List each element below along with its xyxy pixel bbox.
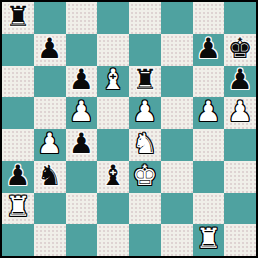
- square-d2[interactable]: [97, 193, 129, 225]
- square-g1[interactable]: ♜: [193, 224, 225, 256]
- white-pawn-b4: ♟: [37, 130, 62, 158]
- white-rook-g1: ♜: [196, 225, 221, 253]
- black-pawn-c6: ♟: [69, 66, 94, 94]
- square-g2[interactable]: [193, 193, 225, 225]
- square-c8[interactable]: [66, 2, 98, 34]
- black-pawn-g7: ♟: [196, 35, 221, 63]
- square-e5[interactable]: ♟: [129, 97, 161, 129]
- square-e8[interactable]: [129, 2, 161, 34]
- white-bishop-d6: ♝: [101, 66, 126, 94]
- square-f7[interactable]: [161, 34, 193, 66]
- square-g6[interactable]: [193, 66, 225, 98]
- square-h7[interactable]: ♚: [224, 34, 256, 66]
- square-h5[interactable]: ♟: [224, 97, 256, 129]
- black-rook-e6: ♜: [132, 66, 157, 94]
- square-f6[interactable]: [161, 66, 193, 98]
- square-b4[interactable]: ♟: [34, 129, 66, 161]
- square-b3[interactable]: ♞: [34, 161, 66, 193]
- square-h1[interactable]: [224, 224, 256, 256]
- square-c2[interactable]: [66, 193, 98, 225]
- square-d3[interactable]: ♝: [97, 161, 129, 193]
- square-b5[interactable]: [34, 97, 66, 129]
- square-c6[interactable]: ♟: [66, 66, 98, 98]
- square-g5[interactable]: ♟: [193, 97, 225, 129]
- square-f2[interactable]: [161, 193, 193, 225]
- square-a3[interactable]: ♟: [2, 161, 34, 193]
- square-d8[interactable]: [97, 2, 129, 34]
- square-a1[interactable]: [2, 224, 34, 256]
- square-a8[interactable]: ♜: [2, 2, 34, 34]
- square-d4[interactable]: [97, 129, 129, 161]
- white-pawn-e5: ♟: [132, 98, 157, 126]
- square-h4[interactable]: [224, 129, 256, 161]
- square-h8[interactable]: [224, 2, 256, 34]
- square-d5[interactable]: [97, 97, 129, 129]
- square-g7[interactable]: ♟: [193, 34, 225, 66]
- square-a5[interactable]: [2, 97, 34, 129]
- square-e6[interactable]: ♜: [129, 66, 161, 98]
- white-pawn-h5: ♟: [228, 98, 253, 126]
- black-pawn-h6: ♟: [228, 66, 253, 94]
- square-g8[interactable]: [193, 2, 225, 34]
- square-f4[interactable]: [161, 129, 193, 161]
- square-h2[interactable]: [224, 193, 256, 225]
- white-rook-a2: ♜: [5, 193, 30, 221]
- square-f5[interactable]: [161, 97, 193, 129]
- black-rook-a8: ♜: [5, 3, 30, 31]
- square-d6[interactable]: ♝: [97, 66, 129, 98]
- chess-board-frame: ♜♟♟♚♟♝♜♟♟♟♟♟♟♟♞♟♞♝♚♜♜: [0, 0, 258, 258]
- square-h6[interactable]: ♟: [224, 66, 256, 98]
- square-h3[interactable]: [224, 161, 256, 193]
- square-c1[interactable]: [66, 224, 98, 256]
- square-b1[interactable]: [34, 224, 66, 256]
- square-f1[interactable]: [161, 224, 193, 256]
- square-a6[interactable]: [2, 66, 34, 98]
- square-a2[interactable]: ♜: [2, 193, 34, 225]
- chess-board: ♜♟♟♚♟♝♜♟♟♟♟♟♟♟♞♟♞♝♚♜♜: [2, 2, 256, 256]
- square-b2[interactable]: [34, 193, 66, 225]
- square-e1[interactable]: [129, 224, 161, 256]
- square-g4[interactable]: [193, 129, 225, 161]
- square-e2[interactable]: [129, 193, 161, 225]
- square-c5[interactable]: ♟: [66, 97, 98, 129]
- black-bishop-d3: ♝: [101, 162, 126, 190]
- square-b6[interactable]: [34, 66, 66, 98]
- square-e3[interactable]: ♚: [129, 161, 161, 193]
- square-c7[interactable]: [66, 34, 98, 66]
- square-g3[interactable]: [193, 161, 225, 193]
- black-pawn-b7: ♟: [37, 35, 62, 63]
- square-d1[interactable]: [97, 224, 129, 256]
- black-pawn-a3: ♟: [5, 162, 30, 190]
- black-pawn-c4: ♟: [69, 130, 94, 158]
- square-d7[interactable]: [97, 34, 129, 66]
- white-knight-e4: ♞: [132, 130, 157, 158]
- square-b7[interactable]: ♟: [34, 34, 66, 66]
- square-b8[interactable]: [34, 2, 66, 34]
- square-c3[interactable]: [66, 161, 98, 193]
- square-a4[interactable]: [2, 129, 34, 161]
- square-f8[interactable]: [161, 2, 193, 34]
- black-knight-b3: ♞: [37, 162, 62, 190]
- black-king-h7: ♚: [228, 35, 253, 63]
- square-f3[interactable]: [161, 161, 193, 193]
- square-e7[interactable]: [129, 34, 161, 66]
- square-c4[interactable]: ♟: [66, 129, 98, 161]
- white-king-e3: ♚: [132, 162, 157, 190]
- white-pawn-c5: ♟: [69, 98, 94, 126]
- square-e4[interactable]: ♞: [129, 129, 161, 161]
- white-pawn-g5: ♟: [196, 98, 221, 126]
- square-a7[interactable]: [2, 34, 34, 66]
